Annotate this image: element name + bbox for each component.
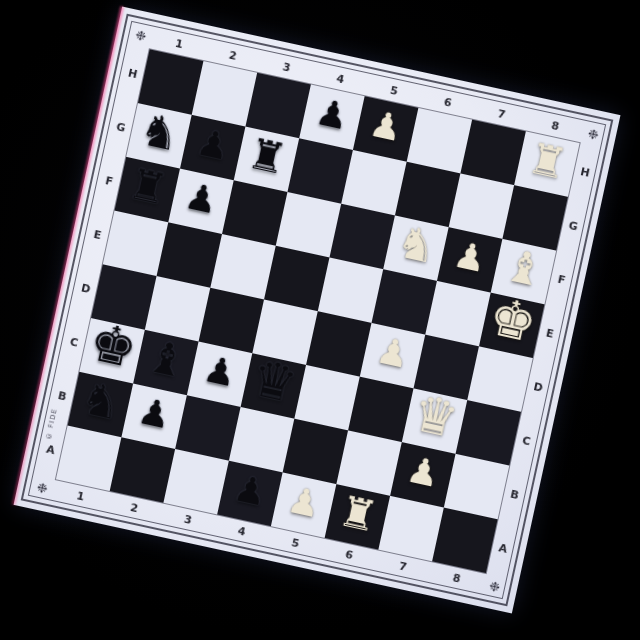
board-inner-frame: ❉ 12345678 ❉ HGFEDCBA ♟♟♜♞♟♜♜♟♞♟♝♚♟♚♝♟♛♛… [28,21,606,599]
corner-star-icon: ❉ [481,573,508,600]
piece-white-bishop[interactable]: ♝ [500,242,548,293]
piece-white-king[interactable]: ♚ [485,289,542,350]
piece-black-king[interactable]: ♚ [85,315,142,376]
chess-board: ❉ 12345678 ❉ HGFEDCBA ♟♟♜♞♟♜♜♟♞♟♝♚♟♚♝♟♛♛… [29,22,607,600]
piece-black-pawn[interactable]: ♟ [201,350,240,392]
piece-black-pawn[interactable]: ♟ [194,124,233,166]
piece-black-pawn[interactable]: ♟ [313,93,352,135]
piece-black-bishop[interactable]: ♝ [143,333,191,384]
board-sheet: ❉ 12345678 ❉ HGFEDCBA ♟♟♜♞♟♜♜♟♞♟♝♚♟♚♝♟♛♛… [14,7,621,614]
board-grid: ♟♟♜♞♟♜♜♟♞♟♝♚♟♚♝♟♛♛♞♟♟♟♟♜ [56,49,580,573]
photo-background: ❉ 12345678 ❉ HGFEDCBA ♟♟♜♞♟♜♜♟♞♟♝♚♟♚♝♟♛♛… [0,0,640,640]
piece-black-knight[interactable]: ♞ [77,375,125,426]
piece-white-pawn[interactable]: ♟ [367,105,406,147]
piece-black-pawn[interactable]: ♟ [182,177,221,219]
piece-white-pawn[interactable]: ♟ [404,451,443,493]
piece-white-pawn[interactable]: ♟ [451,236,490,278]
piece-white-pawn[interactable]: ♟ [285,481,324,523]
piece-black-queen[interactable]: ♛ [247,351,301,409]
piece-white-pawn[interactable]: ♟ [374,332,413,374]
piece-black-rook[interactable]: ♜ [244,131,290,180]
piece-white-queen[interactable]: ♛ [408,387,462,445]
piece-white-rook[interactable]: ♜ [335,489,381,538]
piece-black-knight[interactable]: ♞ [136,107,184,158]
piece-white-rook[interactable]: ♜ [525,136,571,185]
piece-black-rook[interactable]: ♜ [125,162,171,211]
board-outer-frame: ❉ 12345678 ❉ HGFEDCBA ♟♟♜♞♟♜♜♟♞♟♝♚♟♚♝♟♛♛… [21,14,614,607]
piece-black-pawn[interactable]: ♟ [231,470,270,512]
piece-white-knight[interactable]: ♞ [393,219,441,270]
piece-black-pawn[interactable]: ♟ [135,392,174,434]
square-8A[interactable] [432,508,497,573]
